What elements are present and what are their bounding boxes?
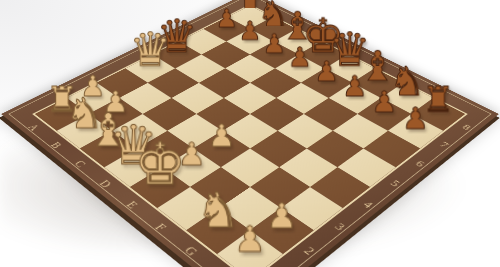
chess-board-squares: ♜♞♝♚♛♝♞♜♟♟♟♟♟♟♟♟♛♛♟♟♟♟♟♜♞♝♛♚♞♟ bbox=[32, 4, 468, 267]
piece-black-p-g7[interactable]: ♟ bbox=[371, 88, 397, 117]
square-g5[interactable] bbox=[307, 131, 364, 167]
scene: ♜♞♝♚♛♝♞♜♟♟♟♟♟♟♟♟♛♛♟♟♟♟♟♜♞♝♛♚♞♟ ABCDEFGH … bbox=[0, 0, 500, 267]
piece-black-p-a7[interactable]: ♟ bbox=[215, 6, 238, 31]
piece-white-p-h1[interactable]: ♟ bbox=[234, 222, 266, 257]
piece-black-p-d7[interactable]: ♟ bbox=[288, 44, 312, 71]
piece-black-p-f7[interactable]: ♟ bbox=[342, 73, 367, 101]
piece-white-p-h2[interactable]: ♟ bbox=[266, 199, 297, 233]
piece-white-q-a4[interactable]: ♛ bbox=[129, 27, 171, 73]
piece-white-k-e1[interactable]: ♚ bbox=[134, 135, 186, 193]
piece-white-p-e3[interactable]: ♟ bbox=[208, 121, 235, 152]
board-frame: ♜♞♝♚♛♝♞♜♟♟♟♟♟♟♟♟♛♛♟♟♟♟♟♜♞♝♛♚♞♟ ABCDEFGH … bbox=[1, 0, 499, 267]
piece-black-p-c7[interactable]: ♟ bbox=[263, 31, 287, 57]
piece-black-p-b7[interactable]: ♟ bbox=[238, 18, 261, 44]
piece-black-p-h7[interactable]: ♟ bbox=[402, 104, 429, 134]
product-photo-stage: ♜♞♝♚♛♝♞♜♟♟♟♟♟♟♟♟♛♛♟♟♟♟♟♜♞♝♛♚♞♟ ABCDEFGH … bbox=[0, 0, 500, 267]
piece-black-p-e7[interactable]: ♟ bbox=[314, 58, 339, 86]
chess-board: ♜♞♝♚♛♝♞♜♟♟♟♟♟♟♟♟♛♛♟♟♟♟♟♜♞♝♛♚♞♟ ABCDEFGH … bbox=[1, 0, 499, 267]
